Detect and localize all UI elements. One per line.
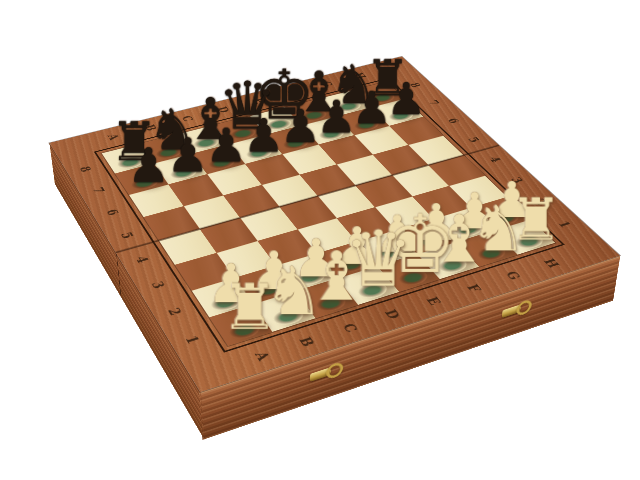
rank-label-5: 5 (117, 231, 137, 241)
file-label-b: B (295, 335, 318, 348)
file-label-c: C (339, 322, 361, 335)
rank-label-5: 5 (465, 136, 483, 144)
rank-label-8: 8 (76, 165, 94, 174)
rank-label-3: 3 (147, 280, 168, 291)
file-label-a: A (251, 350, 274, 363)
rank-label-6: 6 (103, 208, 122, 217)
rank-label-7: 7 (89, 186, 108, 195)
rank-label-6: 6 (444, 117, 462, 125)
chess-board: 87654321 87654321 ABCDEFGH ABCDEFGH ♜♞♝♛… (49, 57, 619, 393)
rank-label-2: 2 (164, 306, 185, 317)
file-label-d: D (381, 308, 404, 321)
brass-latch-icon (310, 358, 346, 386)
file-label-e: E (423, 295, 445, 307)
black-pawn-icon: ♟ (117, 142, 181, 190)
rank-label-1: 1 (181, 334, 203, 346)
file-label-h: H (540, 257, 563, 269)
rank-label-4: 4 (132, 255, 152, 265)
rank-label-4: 4 (486, 155, 505, 163)
file-label-f: F (463, 283, 484, 294)
white-rook-icon: ♜ (213, 275, 287, 338)
brass-latch-icon (502, 296, 536, 322)
chess-set-photo: 87654321 87654321 ABCDEFGH ABCDEFGH ♜♞♝♛… (0, 0, 640, 480)
file-label-g: G (502, 270, 524, 282)
